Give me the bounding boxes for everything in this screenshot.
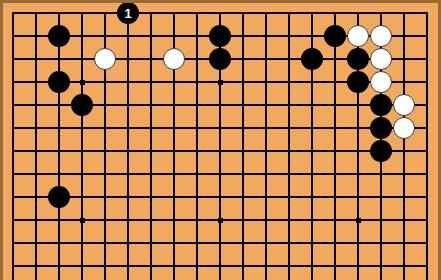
intersection-A11 — [2, 186, 25, 209]
intersection-S18 — [393, 25, 416, 48]
grid-line-v — [127, 71, 129, 94]
grid-line-v — [265, 140, 267, 163]
grid-line-v — [196, 232, 198, 255]
intersection-F14 — [117, 117, 140, 140]
intersection-D17 — [71, 48, 94, 71]
grid-line-v — [311, 255, 313, 278]
grid-line-v — [242, 186, 244, 209]
intersection-P8 — [324, 255, 347, 278]
intersection-M15 — [255, 94, 278, 117]
intersection-E12 — [94, 163, 117, 186]
intersection-L17 — [232, 48, 255, 71]
numbered-black-stone: 1 — [117, 2, 139, 24]
intersection-O16 — [301, 71, 324, 94]
intersection-Q10 — [347, 209, 370, 232]
intersection-R17 — [370, 48, 393, 71]
intersection-A16 — [2, 71, 25, 94]
white-stone — [370, 48, 392, 70]
intersection-H15 — [163, 94, 186, 117]
intersection-Q11 — [347, 186, 370, 209]
intersection-L8 — [232, 255, 255, 278]
intersection-G19 — [140, 2, 163, 25]
intersection-K12 — [209, 163, 232, 186]
intersection-J10 — [186, 209, 209, 232]
intersection-B9 — [25, 232, 48, 255]
intersection-S15 — [393, 94, 416, 117]
grid-line-v — [334, 12, 336, 25]
intersection-S12 — [393, 163, 416, 186]
grid-line-v — [127, 163, 129, 186]
intersection-F15 — [117, 94, 140, 117]
intersection-A8 — [2, 255, 25, 278]
intersection-M19 — [255, 2, 278, 25]
grid-line-v — [12, 25, 14, 48]
star-point — [80, 80, 85, 85]
grid-line-v — [380, 12, 382, 25]
grid-line-v — [242, 12, 244, 25]
grid-line-v — [104, 209, 106, 232]
intersection-B15 — [25, 94, 48, 117]
grid-line-v — [173, 94, 175, 117]
intersection-J19 — [186, 2, 209, 25]
intersection-K10 — [209, 209, 232, 232]
grid-line-v — [81, 140, 83, 163]
black-stone — [209, 48, 231, 70]
grid-line-v — [58, 12, 60, 25]
grid-line-v — [426, 255, 428, 278]
intersection-C8 — [48, 255, 71, 278]
intersection-N11 — [278, 186, 301, 209]
intersection-A15 — [2, 94, 25, 117]
grid-line-v — [127, 255, 129, 278]
intersection-Q8 — [347, 255, 370, 278]
grid-line-v — [58, 232, 60, 255]
intersection-S19 — [393, 2, 416, 25]
grid-line-v — [357, 12, 359, 25]
intersection-N8 — [278, 255, 301, 278]
intersection-G14 — [140, 117, 163, 140]
intersection-S11 — [393, 186, 416, 209]
intersection-O8 — [301, 255, 324, 278]
white-stone — [163, 48, 185, 70]
intersection-C18 — [48, 25, 71, 48]
move-number-label: 1 — [124, 7, 131, 20]
intersection-T16 — [416, 71, 439, 94]
intersection-P15 — [324, 94, 347, 117]
intersection-K17 — [209, 48, 232, 71]
grid-line-v — [403, 48, 405, 71]
grid-line-v — [219, 255, 221, 278]
grid-line-v — [380, 209, 382, 232]
grid-line-v — [219, 12, 221, 25]
grid-line-v — [357, 255, 359, 278]
grid-line-v — [311, 209, 313, 232]
grid-line-v — [265, 117, 267, 140]
grid-line-v — [426, 140, 428, 163]
go-board: 1 — [0, 0, 441, 280]
grid-line-v — [403, 12, 405, 25]
black-stone — [324, 25, 346, 47]
intersection-O11 — [301, 186, 324, 209]
grid-line-v — [219, 232, 221, 255]
intersection-L19 — [232, 2, 255, 25]
intersection-B16 — [25, 71, 48, 94]
intersection-E9 — [94, 232, 117, 255]
grid-line-v — [265, 232, 267, 255]
intersection-Q18 — [347, 25, 370, 48]
grid-line-v — [35, 117, 37, 140]
grid-line-v — [81, 232, 83, 255]
grid-line-v — [242, 163, 244, 186]
grid-line-v — [242, 117, 244, 140]
grid-line-v — [150, 117, 152, 140]
intersection-F11 — [117, 186, 140, 209]
intersection-R16 — [370, 71, 393, 94]
intersection-K8 — [209, 255, 232, 278]
grid-line-v — [380, 186, 382, 209]
intersection-L15 — [232, 94, 255, 117]
intersection-S17 — [393, 48, 416, 71]
intersection-L12 — [232, 163, 255, 186]
intersection-A13 — [2, 140, 25, 163]
intersection-C11 — [48, 186, 71, 209]
grid-line-v — [12, 140, 14, 163]
grid-line-v — [403, 255, 405, 278]
intersection-D12 — [71, 163, 94, 186]
intersection-E11 — [94, 186, 117, 209]
intersection-L14 — [232, 117, 255, 140]
grid-line-v — [127, 186, 129, 209]
intersection-Q19 — [347, 2, 370, 25]
grid-line-v — [288, 94, 290, 117]
intersection-O18 — [301, 25, 324, 48]
grid-line-v — [196, 12, 198, 25]
grid-line-v — [426, 209, 428, 232]
grid-line-v — [173, 140, 175, 163]
grid-line-v — [81, 25, 83, 48]
grid-line-v — [35, 186, 37, 209]
grid-line-v — [426, 232, 428, 255]
grid-line-v — [35, 94, 37, 117]
grid-line-v — [242, 94, 244, 117]
grid-line-v — [104, 255, 106, 278]
grid-line-v — [334, 48, 336, 71]
intersection-R11 — [370, 186, 393, 209]
intersection-O13 — [301, 140, 324, 163]
grid-line-v — [81, 163, 83, 186]
intersection-J14 — [186, 117, 209, 140]
grid-line-v — [311, 12, 313, 25]
intersection-J8 — [186, 255, 209, 278]
grid-line-v — [58, 209, 60, 232]
intersection-E13 — [94, 140, 117, 163]
grid-line-v — [104, 140, 106, 163]
grid-line-v — [311, 25, 313, 48]
grid-line-v — [288, 117, 290, 140]
grid-line-v — [242, 255, 244, 278]
intersection-T12 — [416, 163, 439, 186]
grid-line-v — [196, 140, 198, 163]
intersection-N9 — [278, 232, 301, 255]
grid-line-v — [173, 117, 175, 140]
intersection-J15 — [186, 94, 209, 117]
grid-line-v — [58, 94, 60, 117]
intersection-F18 — [117, 25, 140, 48]
intersection-M10 — [255, 209, 278, 232]
intersection-F9 — [117, 232, 140, 255]
intersection-D13 — [71, 140, 94, 163]
intersection-D18 — [71, 25, 94, 48]
grid-line-v — [81, 48, 83, 71]
intersection-A17 — [2, 48, 25, 71]
grid-line-v — [12, 232, 14, 255]
intersection-N14 — [278, 117, 301, 140]
intersection-D11 — [71, 186, 94, 209]
grid-line-v — [357, 140, 359, 163]
intersection-M17 — [255, 48, 278, 71]
grid-line-v — [150, 209, 152, 232]
grid-line-v — [58, 255, 60, 278]
grid-line-v — [104, 71, 106, 94]
black-stone — [48, 186, 70, 208]
grid-line-v — [35, 48, 37, 71]
intersection-M18 — [255, 25, 278, 48]
intersection-B12 — [25, 163, 48, 186]
intersection-N13 — [278, 140, 301, 163]
intersection-A19 — [2, 2, 25, 25]
grid-line-v — [311, 140, 313, 163]
grid-line-v — [81, 255, 83, 278]
black-stone — [370, 140, 392, 162]
grid-line-v — [380, 232, 382, 255]
white-stone — [370, 25, 392, 47]
grid-line-v — [150, 71, 152, 94]
intersection-O12 — [301, 163, 324, 186]
intersection-M9 — [255, 232, 278, 255]
intersection-K18 — [209, 25, 232, 48]
intersection-C10 — [48, 209, 71, 232]
intersection-C9 — [48, 232, 71, 255]
grid-line-v — [219, 140, 221, 163]
grid-line-v — [104, 117, 106, 140]
intersection-Q9 — [347, 232, 370, 255]
grid-line-v — [265, 12, 267, 25]
grid-line-v — [81, 12, 83, 25]
star-point — [80, 218, 85, 223]
intersection-N16 — [278, 71, 301, 94]
intersection-R18 — [370, 25, 393, 48]
intersection-F16 — [117, 71, 140, 94]
grid-line-v — [81, 117, 83, 140]
intersection-N17 — [278, 48, 301, 71]
intersection-L13 — [232, 140, 255, 163]
grid-line-v — [150, 94, 152, 117]
intersection-T14 — [416, 117, 439, 140]
intersection-K15 — [209, 94, 232, 117]
grid-line-v — [127, 48, 129, 71]
grid-line-v — [173, 209, 175, 232]
intersection-G11 — [140, 186, 163, 209]
intersection-H16 — [163, 71, 186, 94]
intersection-L16 — [232, 71, 255, 94]
intersection-E8 — [94, 255, 117, 278]
intersection-O19 — [301, 2, 324, 25]
intersection-C15 — [48, 94, 71, 117]
grid-line-v — [288, 48, 290, 71]
intersection-K14 — [209, 117, 232, 140]
intersection-P16 — [324, 71, 347, 94]
grid-line-v — [242, 232, 244, 255]
white-stone — [393, 117, 415, 139]
grid-line-v — [104, 12, 106, 25]
intersection-S16 — [393, 71, 416, 94]
intersection-D14 — [71, 117, 94, 140]
intersection-L11 — [232, 186, 255, 209]
intersection-N15 — [278, 94, 301, 117]
intersection-C16 — [48, 71, 71, 94]
grid-line-v — [104, 25, 106, 48]
grid-line-v — [12, 48, 14, 71]
grid-line-v — [127, 117, 129, 140]
grid-line-v — [12, 163, 14, 186]
grid-line-v — [380, 163, 382, 186]
grid-line-v — [173, 163, 175, 186]
star-point — [218, 80, 223, 85]
intersection-P19 — [324, 2, 347, 25]
intersection-R8 — [370, 255, 393, 278]
intersection-O9 — [301, 232, 324, 255]
intersection-Q15 — [347, 94, 370, 117]
black-stone — [347, 71, 369, 93]
grid-line-v — [35, 12, 37, 25]
intersection-R13 — [370, 140, 393, 163]
intersection-T10 — [416, 209, 439, 232]
intersection-B17 — [25, 48, 48, 71]
intersection-K13 — [209, 140, 232, 163]
intersection-C12 — [48, 163, 71, 186]
intersection-B8 — [25, 255, 48, 278]
intersection-D16 — [71, 71, 94, 94]
intersection-A14 — [2, 117, 25, 140]
grid-line-v — [334, 163, 336, 186]
grid-line-v — [334, 255, 336, 278]
intersection-A10 — [2, 209, 25, 232]
grid-line-v — [426, 12, 428, 25]
intersection-O10 — [301, 209, 324, 232]
grid-line-v — [81, 186, 83, 209]
intersection-O17 — [301, 48, 324, 71]
intersection-A12 — [2, 163, 25, 186]
white-stone — [347, 25, 369, 47]
intersection-E14 — [94, 117, 117, 140]
grid-line-v — [58, 163, 60, 186]
grid-line-v — [334, 140, 336, 163]
grid-line-v — [265, 48, 267, 71]
grid-line-v — [127, 25, 129, 48]
grid-line-v — [426, 48, 428, 71]
grid-line-v — [357, 94, 359, 117]
intersection-S14 — [393, 117, 416, 140]
intersection-M14 — [255, 117, 278, 140]
intersection-G16 — [140, 71, 163, 94]
grid-line-v — [334, 209, 336, 232]
grid-line-v — [173, 255, 175, 278]
intersection-Q13 — [347, 140, 370, 163]
intersection-H8 — [163, 255, 186, 278]
intersection-N12 — [278, 163, 301, 186]
grid-line-v — [334, 186, 336, 209]
intersection-R14 — [370, 117, 393, 140]
intersection-S10 — [393, 209, 416, 232]
intersection-D19 — [71, 2, 94, 25]
grid-line-v — [265, 255, 267, 278]
grid-line-v — [242, 71, 244, 94]
grid-line-v — [403, 71, 405, 94]
intersection-B19 — [25, 2, 48, 25]
grid-line-v — [288, 255, 290, 278]
grid-line-v — [334, 94, 336, 117]
intersection-R12 — [370, 163, 393, 186]
intersection-G12 — [140, 163, 163, 186]
grid-line-v — [288, 209, 290, 232]
grid-line-v — [265, 163, 267, 186]
intersection-P13 — [324, 140, 347, 163]
intersection-M8 — [255, 255, 278, 278]
intersection-N10 — [278, 209, 301, 232]
intersection-F12 — [117, 163, 140, 186]
intersection-L10 — [232, 209, 255, 232]
grid-line-v — [242, 25, 244, 48]
grid-line-v — [173, 232, 175, 255]
grid-line-v — [196, 186, 198, 209]
intersection-T15 — [416, 94, 439, 117]
grid-line-v — [173, 25, 175, 48]
grid-line-v — [426, 94, 428, 117]
intersection-B18 — [25, 25, 48, 48]
intersection-P10 — [324, 209, 347, 232]
grid-line-v — [288, 12, 290, 25]
grid-line-v — [150, 12, 152, 25]
grid-line-v — [35, 163, 37, 186]
grid-line-v — [219, 94, 221, 117]
intersection-R19 — [370, 2, 393, 25]
grid-line-v — [311, 232, 313, 255]
grid-line-v — [173, 12, 175, 25]
intersection-C14 — [48, 117, 71, 140]
grid-line-v — [357, 232, 359, 255]
grid-line-v — [311, 117, 313, 140]
intersection-J11 — [186, 186, 209, 209]
grid-line-v — [403, 140, 405, 163]
grid-line-v — [265, 25, 267, 48]
grid-line-v — [288, 140, 290, 163]
grid-line-v — [357, 117, 359, 140]
intersection-T18 — [416, 25, 439, 48]
grid-line-v — [12, 209, 14, 232]
intersection-G18 — [140, 25, 163, 48]
intersection-F8 — [117, 255, 140, 278]
grid-line-v — [403, 25, 405, 48]
intersection-F17 — [117, 48, 140, 71]
black-stone — [347, 48, 369, 70]
intersection-G10 — [140, 209, 163, 232]
intersection-H11 — [163, 186, 186, 209]
intersection-M12 — [255, 163, 278, 186]
grid-line-v — [334, 232, 336, 255]
intersection-G15 — [140, 94, 163, 117]
grid-line-v — [150, 140, 152, 163]
intersection-R9 — [370, 232, 393, 255]
